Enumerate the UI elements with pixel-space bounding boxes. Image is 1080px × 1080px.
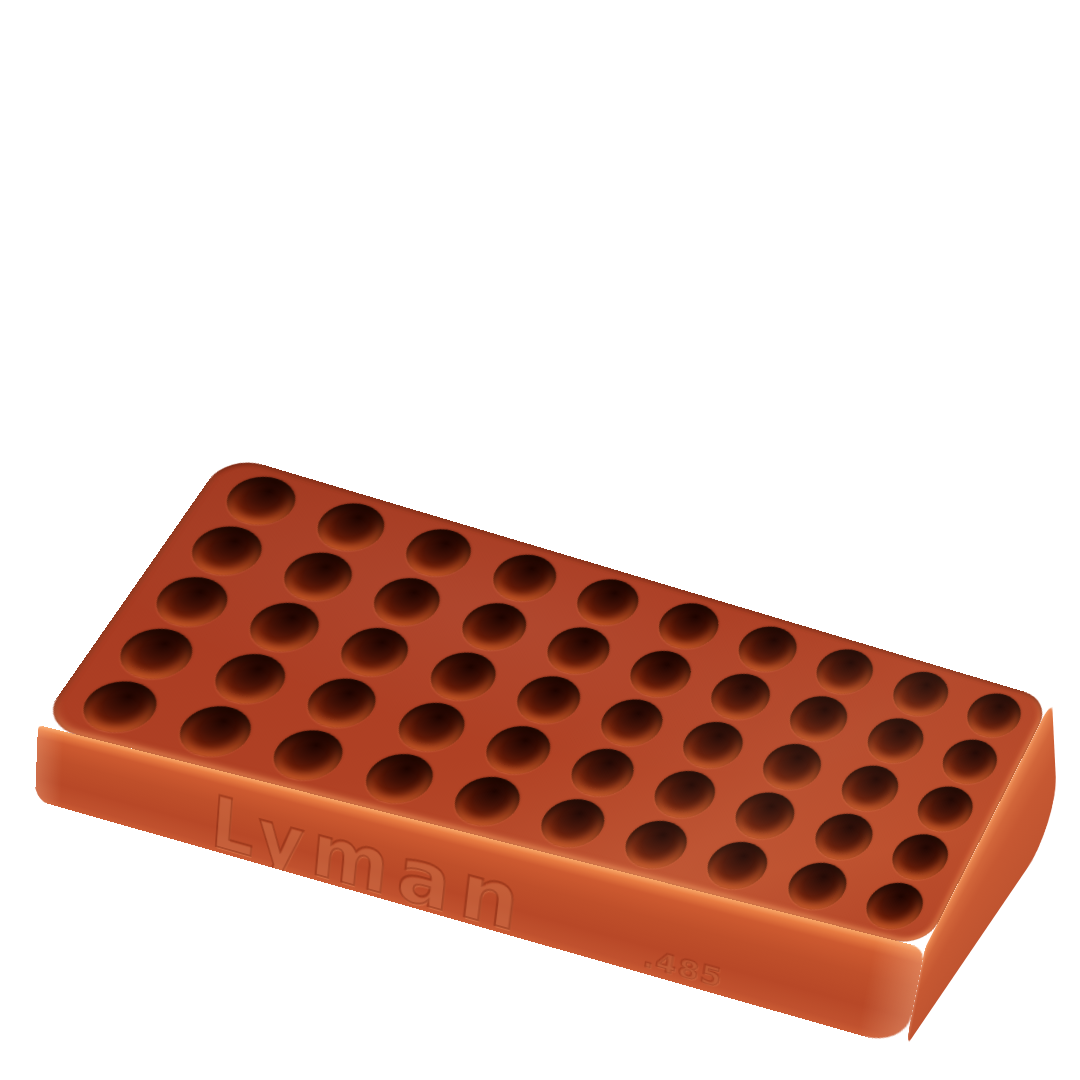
case-hole (730, 620, 807, 677)
case-hole (451, 596, 536, 656)
case-hole (531, 793, 615, 853)
case-hole (959, 687, 1029, 742)
case-hole (591, 693, 672, 752)
case-hole (702, 668, 780, 726)
case-hole (204, 647, 297, 710)
case-hole (420, 646, 506, 707)
case-hole (262, 724, 354, 787)
case-hole (754, 738, 831, 796)
case-hole (363, 571, 451, 632)
case-hole (934, 734, 1005, 790)
case-hole (483, 548, 567, 608)
case-hole (239, 596, 331, 658)
case-hole (674, 716, 753, 774)
caliber-marking: .485 (641, 942, 725, 994)
case-hole (71, 675, 169, 740)
case-hole (909, 781, 981, 837)
case-hole (857, 878, 931, 935)
case-hole (537, 621, 619, 680)
case-hole (144, 570, 239, 633)
case-hole (567, 572, 648, 631)
case-hole (506, 670, 590, 730)
case-hole (387, 696, 475, 757)
case-hole (649, 597, 728, 655)
case-hole (806, 808, 881, 865)
case-hole (832, 760, 906, 817)
case-hole (808, 643, 882, 700)
case-hole (726, 787, 804, 845)
case-hole (859, 712, 932, 769)
case-hole (215, 469, 307, 531)
product-photo: Lyman .485 (0, 0, 1080, 1080)
case-hole (781, 690, 856, 747)
case-hole (273, 546, 363, 608)
case-hole (168, 700, 263, 764)
case-hole (396, 522, 482, 583)
case-hole (108, 622, 204, 686)
case-hole (475, 720, 560, 781)
case-hole (884, 665, 956, 721)
case-hole (621, 644, 701, 703)
case-hole (561, 743, 643, 803)
case-hole (645, 765, 725, 824)
case-hole (615, 815, 696, 874)
case-hole (354, 748, 443, 810)
case-hole (180, 519, 273, 582)
case-hole (330, 621, 419, 683)
case-hole (307, 496, 396, 557)
case-hole (779, 857, 856, 915)
case-hole (297, 672, 387, 734)
case-hole (698, 837, 777, 896)
case-hole (883, 829, 956, 886)
case-hole (444, 771, 530, 832)
